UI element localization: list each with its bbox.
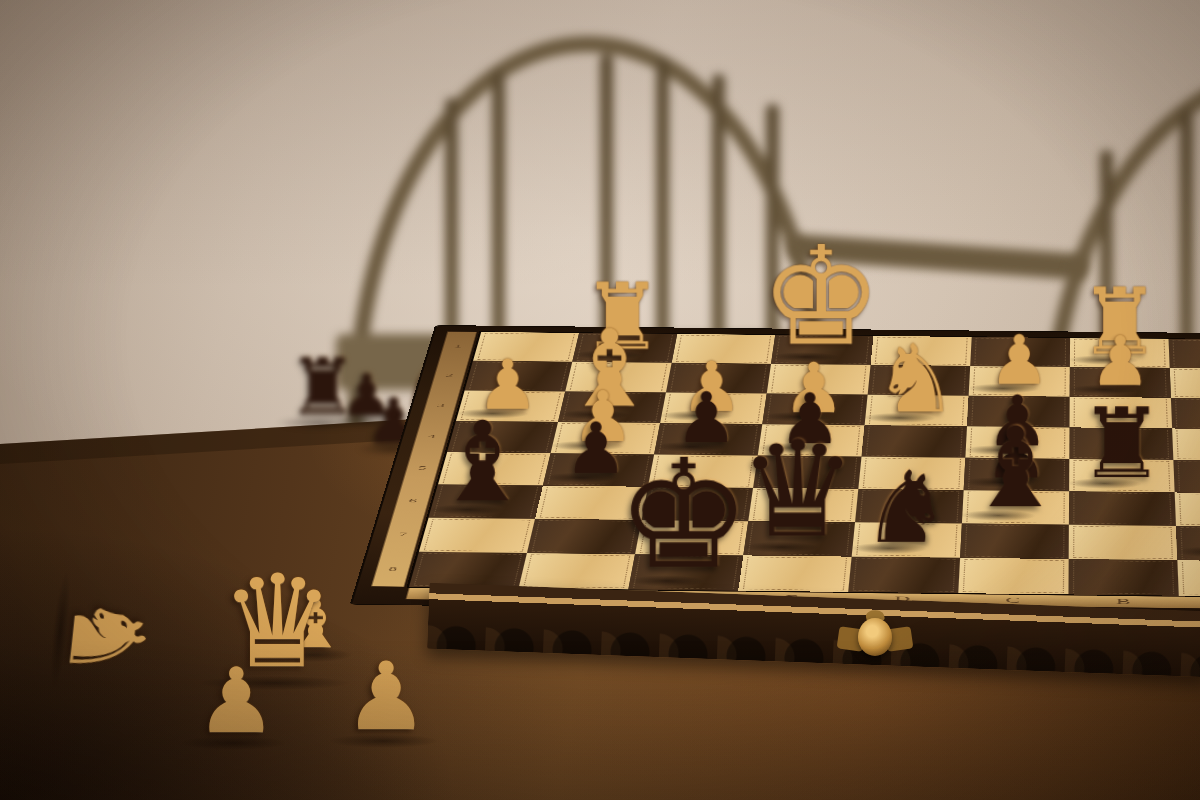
rank-label-8: 8	[371, 551, 415, 587]
square-c7	[960, 524, 1069, 560]
black-bishop-h6: ♝	[433, 410, 532, 515]
square-a2	[1170, 368, 1200, 399]
square-a7: ♟	[1176, 526, 1200, 562]
captured-white-pawn: ♟	[196, 656, 277, 746]
black-bishop-c6: ♝	[966, 416, 1066, 522]
captured-white-knight-fallen: ♞	[52, 588, 161, 688]
captured-white-pawn: ♟	[344, 650, 428, 744]
square-h8	[409, 552, 527, 588]
square-d7: ♞	[852, 522, 962, 558]
brass-clasp	[836, 612, 914, 666]
chess-board: 12345678 HGFEDCBA ♜♚♜♟♟♟♝♟♟♞♟♟♟♟♟♟♜♝♝♛♞♟…	[352, 326, 1200, 615]
file-label-a: A	[1179, 596, 1200, 609]
square-b8	[1068, 559, 1178, 596]
board-grid: ♜♚♜♟♟♟♝♟♟♞♟♟♟♟♟♟♜♝♝♛♞♟♚	[409, 332, 1200, 597]
square-e8	[738, 555, 851, 592]
square-a5	[1173, 460, 1200, 494]
white-knight-d3: ♞	[874, 334, 958, 423]
black-queen-e7: ♛	[738, 427, 857, 553]
rank-label-2: 2	[430, 360, 469, 390]
square-b6	[1069, 491, 1176, 526]
square-a8	[1177, 560, 1200, 597]
square-e7: ♛	[743, 521, 855, 556]
clasp-dome	[858, 618, 892, 656]
rank-label-1: 1	[439, 332, 478, 361]
square-a3	[1171, 398, 1200, 430]
square-c8	[958, 558, 1068, 595]
square-h6: ♝	[429, 484, 543, 518]
square-b5: ♜	[1069, 459, 1175, 493]
square-c6: ♝	[962, 490, 1069, 525]
square-d8	[848, 557, 960, 594]
square-d3: ♞	[865, 395, 969, 427]
white-king-e1: ♚	[760, 233, 882, 362]
square-f8: ♚	[628, 554, 743, 590]
black-knight-d7: ♞	[861, 460, 950, 555]
chess-board-perspective-wrapper: 12345678 HGFEDCBA ♜♚♜♟♟♟♝♟♟♞♟♟♟♟♟♟♜♝♝♛♞♟…	[436, 330, 1200, 800]
square-a6	[1175, 492, 1200, 527]
square-a1	[1169, 339, 1200, 369]
black-rook-b5: ♜	[1078, 397, 1165, 489]
square-h7	[419, 518, 535, 553]
rank-label-7: 7	[381, 517, 424, 552]
square-b7	[1069, 525, 1178, 561]
black-king-f8: ♚	[616, 444, 751, 587]
square-a4	[1172, 428, 1200, 461]
white-pawn-b2: ♟	[1090, 330, 1151, 395]
